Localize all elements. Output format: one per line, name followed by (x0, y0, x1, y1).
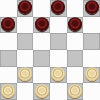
square-e2[interactable] (67, 67, 84, 84)
dark-checker-piece[interactable] (68, 17, 82, 31)
square-c6[interactable] (33, 0, 50, 17)
square-d4[interactable] (50, 33, 67, 50)
square-b6[interactable] (17, 0, 34, 17)
dark-checker-piece[interactable] (85, 0, 99, 14)
square-e1[interactable] (67, 83, 84, 100)
square-d1[interactable] (50, 83, 67, 100)
square-d6[interactable] (50, 0, 67, 17)
square-c3[interactable] (33, 50, 50, 67)
light-checker-piece[interactable] (85, 67, 99, 81)
square-c5[interactable] (33, 17, 50, 34)
dark-checker-piece[interactable] (1, 17, 15, 31)
square-d3[interactable] (50, 50, 67, 67)
square-e5[interactable] (67, 17, 84, 34)
light-checker-piece[interactable] (18, 67, 32, 81)
square-a1[interactable] (0, 83, 17, 100)
square-d2[interactable] (50, 67, 67, 84)
square-a2[interactable] (0, 67, 17, 84)
square-a5[interactable] (0, 17, 17, 34)
square-c2[interactable] (33, 67, 50, 84)
dark-checker-piece[interactable] (35, 17, 49, 31)
square-b1[interactable] (17, 83, 34, 100)
square-f1[interactable] (83, 83, 100, 100)
light-checker-piece[interactable] (68, 84, 82, 98)
square-f4[interactable] (83, 33, 100, 50)
dark-checker-piece[interactable] (51, 0, 65, 14)
light-checker-piece[interactable] (35, 84, 49, 98)
square-f3[interactable] (83, 50, 100, 67)
square-c4[interactable] (33, 33, 50, 50)
square-b4[interactable] (17, 33, 34, 50)
square-b5[interactable] (17, 17, 34, 34)
checkers-board (0, 0, 100, 100)
square-a3[interactable] (0, 50, 17, 67)
square-b3[interactable] (17, 50, 34, 67)
square-a4[interactable] (0, 33, 17, 50)
square-e4[interactable] (67, 33, 84, 50)
dark-checker-piece[interactable] (18, 0, 32, 14)
square-f2[interactable] (83, 67, 100, 84)
square-b2[interactable] (17, 67, 34, 84)
square-a6[interactable] (0, 0, 17, 17)
square-c1[interactable] (33, 83, 50, 100)
light-checker-piece[interactable] (1, 84, 15, 98)
square-e3[interactable] (67, 50, 84, 67)
square-e6[interactable] (67, 0, 84, 17)
square-f5[interactable] (83, 17, 100, 34)
square-d5[interactable] (50, 17, 67, 34)
square-f6[interactable] (83, 0, 100, 17)
light-checker-piece[interactable] (51, 67, 65, 81)
